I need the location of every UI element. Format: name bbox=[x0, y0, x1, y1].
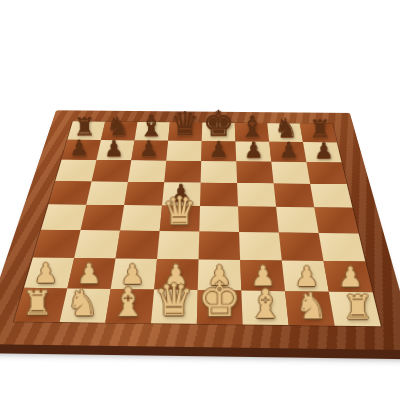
square-h3 bbox=[319, 233, 366, 262]
piece-light-p-a2: ♟ bbox=[33, 260, 58, 288]
square-g3 bbox=[279, 232, 324, 261]
square-h7: ♟ bbox=[303, 142, 342, 162]
square-f8: ♝ bbox=[235, 123, 269, 142]
square-g2: ♟ bbox=[282, 260, 329, 291]
square-a4 bbox=[41, 204, 86, 230]
square-e5 bbox=[200, 183, 238, 207]
piece-dark-p-b7: ♟ bbox=[104, 137, 124, 159]
piece-dark-p-a7: ♟ bbox=[69, 137, 89, 159]
piece-light-r-a1: ♜ bbox=[22, 287, 52, 321]
piece-light-p-e2: ♟ bbox=[207, 262, 232, 290]
piece-dark-p-g7: ♟ bbox=[279, 139, 299, 161]
piece-dark-p-e7: ♟ bbox=[209, 138, 229, 160]
square-c3 bbox=[116, 231, 160, 259]
square-d4: ♛ bbox=[160, 206, 200, 232]
piece-dark-p-f7: ♟ bbox=[244, 139, 264, 161]
piece-light-n-b1: ♞ bbox=[66, 285, 98, 321]
square-c5 bbox=[124, 182, 164, 206]
piece-dark-b-c8: ♝ bbox=[138, 111, 164, 140]
square-a3 bbox=[33, 230, 81, 258]
square-d1: ♛ bbox=[151, 289, 198, 323]
square-g6 bbox=[271, 162, 310, 184]
square-a8: ♜ bbox=[67, 121, 105, 140]
piece-dark-r-a8: ♜ bbox=[73, 115, 95, 140]
square-g5 bbox=[274, 183, 315, 207]
square-a5 bbox=[48, 181, 91, 205]
board-grid: ♜♞♝♛♚♝♞♜♟♟♟♟♟♟♟♟♛♟♟♟♟♟♟♟♟♜♞♝♛♚♝♞♜ bbox=[14, 121, 381, 326]
square-f6 bbox=[236, 161, 273, 183]
piece-dark-b-f8: ♝ bbox=[239, 112, 265, 141]
square-e1: ♚ bbox=[197, 290, 243, 324]
chess-board: ♜♞♝♛♚♝♞♜♟♟♟♟♟♟♟♟♛♟♟♟♟♟♟♟♟♜♞♝♛♚♝♞♜ bbox=[0, 110, 400, 350]
piece-light-r-h1: ♜ bbox=[342, 291, 373, 325]
piece-light-p-g2: ♟ bbox=[294, 263, 319, 291]
square-c7: ♟ bbox=[131, 140, 168, 160]
square-b4 bbox=[81, 205, 125, 231]
piece-dark-n-g8: ♞ bbox=[274, 115, 298, 142]
square-d8: ♛ bbox=[168, 122, 202, 141]
square-h5 bbox=[310, 184, 352, 208]
square-c1: ♝ bbox=[105, 289, 154, 323]
square-f2: ♟ bbox=[240, 260, 285, 291]
square-b3 bbox=[74, 230, 120, 258]
square-c4 bbox=[120, 205, 162, 231]
square-a6 bbox=[55, 160, 96, 182]
square-b8: ♞ bbox=[101, 122, 138, 141]
piece-dark-q-d8: ♛ bbox=[170, 108, 200, 141]
square-a2: ♟ bbox=[24, 257, 74, 288]
square-f7: ♟ bbox=[235, 141, 271, 161]
square-b1: ♞ bbox=[60, 288, 111, 322]
square-h8: ♜ bbox=[300, 124, 337, 143]
piece-light-p-f2: ♟ bbox=[251, 262, 276, 290]
piece-dark-n-b8: ♞ bbox=[106, 113, 130, 140]
chess-set-photo: ♜♞♝♛♚♝♞♜♟♟♟♟♟♟♟♟♛♟♟♟♟♟♟♟♟♜♞♝♛♚♝♞♜ bbox=[0, 0, 400, 400]
square-e4 bbox=[199, 206, 239, 232]
piece-dark-p-h7: ♟ bbox=[314, 140, 334, 162]
piece-light-p-d2: ♟ bbox=[164, 261, 189, 289]
square-d2: ♟ bbox=[154, 259, 198, 290]
square-c6 bbox=[128, 160, 166, 182]
square-d5: ♟ bbox=[162, 182, 201, 206]
square-h1: ♜ bbox=[329, 292, 381, 327]
square-e2: ♟ bbox=[198, 259, 242, 290]
square-a1: ♜ bbox=[14, 288, 67, 322]
square-f3 bbox=[239, 232, 282, 260]
square-d7 bbox=[166, 141, 202, 161]
piece-light-p-h2: ♟ bbox=[338, 264, 363, 292]
piece-dark-p-c7: ♟ bbox=[139, 138, 159, 160]
square-f5 bbox=[237, 183, 276, 207]
square-g4 bbox=[276, 207, 319, 233]
square-b6 bbox=[92, 160, 132, 182]
square-d3 bbox=[157, 231, 199, 259]
square-g1: ♞ bbox=[285, 291, 335, 326]
square-e6 bbox=[201, 161, 237, 183]
square-e3 bbox=[199, 232, 241, 260]
piece-dark-p-d5: ♟ bbox=[170, 181, 192, 205]
square-b5 bbox=[86, 181, 128, 205]
piece-light-n-g1: ♞ bbox=[295, 288, 328, 324]
square-g8: ♞ bbox=[267, 123, 303, 142]
square-f1: ♝ bbox=[241, 291, 288, 325]
square-b7: ♟ bbox=[96, 140, 134, 160]
square-h4 bbox=[314, 207, 358, 233]
square-a7: ♟ bbox=[62, 140, 101, 160]
square-h6 bbox=[306, 162, 346, 184]
square-f4 bbox=[238, 206, 279, 232]
square-c8: ♝ bbox=[135, 122, 170, 141]
square-e8: ♚ bbox=[202, 123, 236, 142]
piece-dark-r-h8: ♜ bbox=[308, 117, 330, 142]
piece-light-p-b2: ♟ bbox=[77, 260, 102, 288]
square-c2: ♟ bbox=[111, 258, 157, 289]
piece-light-p-c2: ♟ bbox=[120, 261, 145, 289]
square-h2: ♟ bbox=[324, 261, 373, 292]
piece-dark-k-e8: ♚ bbox=[203, 105, 235, 141]
square-e7: ♟ bbox=[201, 141, 236, 161]
square-b2: ♟ bbox=[67, 258, 115, 289]
square-g7: ♟ bbox=[269, 142, 306, 162]
square-d6 bbox=[164, 161, 201, 183]
